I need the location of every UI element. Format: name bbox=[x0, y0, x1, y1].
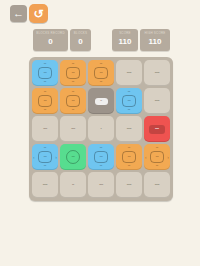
empty-cell-text: •• bbox=[72, 183, 74, 187]
blocks-record-box: BLOCKS RECORD 0 bbox=[33, 29, 68, 51]
empty-cell[interactable]: ••••• bbox=[116, 116, 142, 142]
tile-mid-text: •••• bbox=[71, 155, 74, 159]
empty-cell[interactable]: •••• bbox=[88, 172, 114, 198]
empty-cell[interactable]: ••••• bbox=[116, 60, 142, 86]
tile-blue[interactable]: •••••••••• bbox=[116, 88, 142, 114]
tile-mid-text: •••• bbox=[127, 99, 130, 103]
tile-pill-light-shape: •• bbox=[95, 98, 108, 105]
tile-top-text: ••• bbox=[156, 146, 158, 150]
empty-cell[interactable]: ••••• bbox=[116, 172, 142, 198]
tile-square-shape: •••• bbox=[38, 67, 52, 79]
tile-green[interactable]: •••• bbox=[60, 144, 86, 170]
restart-icon: ↺ bbox=[33, 8, 43, 20]
tile-mid-text: •••• bbox=[99, 155, 102, 159]
tile-square-shape: •••• bbox=[122, 95, 136, 107]
empty-cell[interactable]: •• bbox=[60, 172, 86, 198]
tile-orange[interactable]: •••••••••• bbox=[116, 144, 142, 170]
tile-pill-dark-shape: ••••• bbox=[149, 125, 165, 134]
tile-top-text: ••• bbox=[44, 146, 46, 150]
empty-cell[interactable]: ••••• bbox=[32, 172, 58, 198]
tile-bottom-text: ••• bbox=[156, 164, 158, 168]
tile-orange[interactable]: ••••••••••‹› bbox=[144, 144, 170, 170]
tile-orange[interactable]: •••••••••• bbox=[32, 88, 58, 114]
tile-square-shape: •••• bbox=[38, 95, 52, 107]
empty-cell-text: •••• bbox=[71, 127, 75, 131]
tile-mid-text: •••• bbox=[99, 71, 102, 75]
high-score-box: HIGH SCORE 110 bbox=[140, 29, 170, 51]
tile-mid-text: •••• bbox=[43, 155, 46, 159]
tile-blue[interactable]: ••••••••••‹› bbox=[32, 144, 58, 170]
empty-cell-text: • bbox=[101, 127, 102, 131]
tile-bottom-text: ••• bbox=[72, 80, 74, 84]
tile-orange[interactable]: •••••••••• bbox=[60, 60, 86, 86]
high-score-value: 110 bbox=[149, 37, 162, 46]
tile-bottom-text: ••• bbox=[44, 80, 46, 84]
tile-blue[interactable]: •••••••••• bbox=[88, 144, 114, 170]
tile-bottom-text: ••• bbox=[128, 164, 130, 168]
tile-mid-text: •••• bbox=[155, 155, 158, 159]
tile-orange[interactable]: •••••••••• bbox=[88, 60, 114, 86]
tile-blue[interactable]: •••••••••• bbox=[32, 60, 58, 86]
empty-cell[interactable]: •••• bbox=[32, 116, 58, 142]
tile-top-text: ••• bbox=[128, 146, 130, 150]
empty-cell[interactable]: ••••• bbox=[144, 172, 170, 198]
tile-top-text: ••• bbox=[72, 90, 74, 94]
empty-cell[interactable]: ••••• bbox=[144, 60, 170, 86]
tile-bottom-text: ••• bbox=[128, 108, 130, 112]
high-score-label: HIGH SCORE bbox=[144, 31, 165, 35]
empty-cell-text: ••••• bbox=[127, 183, 132, 187]
tile-square-shape: •••• bbox=[94, 151, 108, 163]
tile-square-shape: •••• bbox=[66, 67, 80, 79]
tile-left-bracket-icon: ‹ bbox=[33, 155, 35, 160]
tile-top-text: ••• bbox=[44, 90, 46, 94]
tile-circle-shape: •••• bbox=[66, 150, 80, 164]
tile-top-text: ••• bbox=[128, 90, 130, 94]
tile-square-shape: •••• bbox=[94, 67, 108, 79]
tile-right-bracket-icon: › bbox=[167, 155, 169, 160]
tile-mid-text: •••• bbox=[71, 99, 74, 103]
tile-mid-text: •••• bbox=[71, 71, 74, 75]
tile-left-bracket-icon: ‹ bbox=[145, 155, 147, 160]
back-button[interactable]: ← bbox=[10, 5, 27, 22]
empty-cell-text: ••••• bbox=[127, 127, 132, 131]
empty-cell-text: ••••• bbox=[155, 99, 160, 103]
empty-cell[interactable]: •••• bbox=[60, 116, 86, 142]
tile-right-bracket-icon: › bbox=[55, 155, 57, 160]
tile-top-text: ••• bbox=[100, 62, 102, 66]
blocks-record-label: BLOCKS RECORD bbox=[36, 31, 65, 35]
blocks-value: 0 bbox=[78, 37, 82, 46]
back-arrow-icon: ← bbox=[13, 8, 24, 19]
tile-red[interactable]: ••••• bbox=[144, 116, 170, 142]
board-grid[interactable]: ••••••••••••••••••••••••••••••••••••••••… bbox=[29, 57, 173, 201]
score-value: 110 bbox=[119, 37, 132, 46]
tile-mid-text: ••••• bbox=[155, 127, 159, 131]
tile-bottom-text: ••• bbox=[44, 164, 46, 168]
empty-cell[interactable]: • bbox=[88, 116, 114, 142]
blocks-record-value: 0 bbox=[48, 37, 52, 46]
tile-mid-text: •••• bbox=[43, 71, 46, 75]
restart-button[interactable]: ↺ bbox=[29, 4, 48, 23]
empty-cell-text: ••••• bbox=[127, 71, 132, 75]
tile-top-text: ••• bbox=[72, 62, 74, 66]
score-box: SCORE 110 bbox=[112, 29, 138, 51]
tile-mid-text: •• bbox=[100, 99, 102, 103]
empty-cell-text: ••••• bbox=[155, 71, 160, 75]
tile-orange[interactable]: •••••••••• bbox=[60, 88, 86, 114]
tile-top-text: ••• bbox=[100, 146, 102, 150]
tile-bottom-text: ••• bbox=[100, 164, 102, 168]
tile-square-shape: •••• bbox=[38, 151, 52, 163]
empty-cell[interactable]: ••••• bbox=[144, 88, 170, 114]
empty-cell-text: •••• bbox=[99, 183, 103, 187]
score-label: SCORE bbox=[119, 31, 131, 35]
tile-square-shape: •••• bbox=[66, 95, 80, 107]
tile-bottom-text: ••• bbox=[100, 80, 102, 84]
empty-cell-text: ••••• bbox=[155, 183, 160, 187]
tile-mid-text: •••• bbox=[127, 155, 130, 159]
blocks-box: BLOCKS 0 bbox=[70, 29, 91, 51]
tile-square-shape: •••• bbox=[150, 151, 164, 163]
tile-bottom-text: ••• bbox=[44, 108, 46, 112]
tile-mid-text: •••• bbox=[43, 99, 46, 103]
tile-bottom-text: ••• bbox=[72, 108, 74, 112]
empty-cell-text: •••• bbox=[43, 127, 47, 131]
tile-square-shape: •••• bbox=[122, 151, 136, 163]
tile-top-text: ••• bbox=[44, 62, 46, 66]
blocks-label: BLOCKS bbox=[74, 31, 87, 35]
empty-cell-text: ••••• bbox=[43, 183, 48, 187]
tile-gray[interactable]: •• bbox=[88, 88, 114, 114]
